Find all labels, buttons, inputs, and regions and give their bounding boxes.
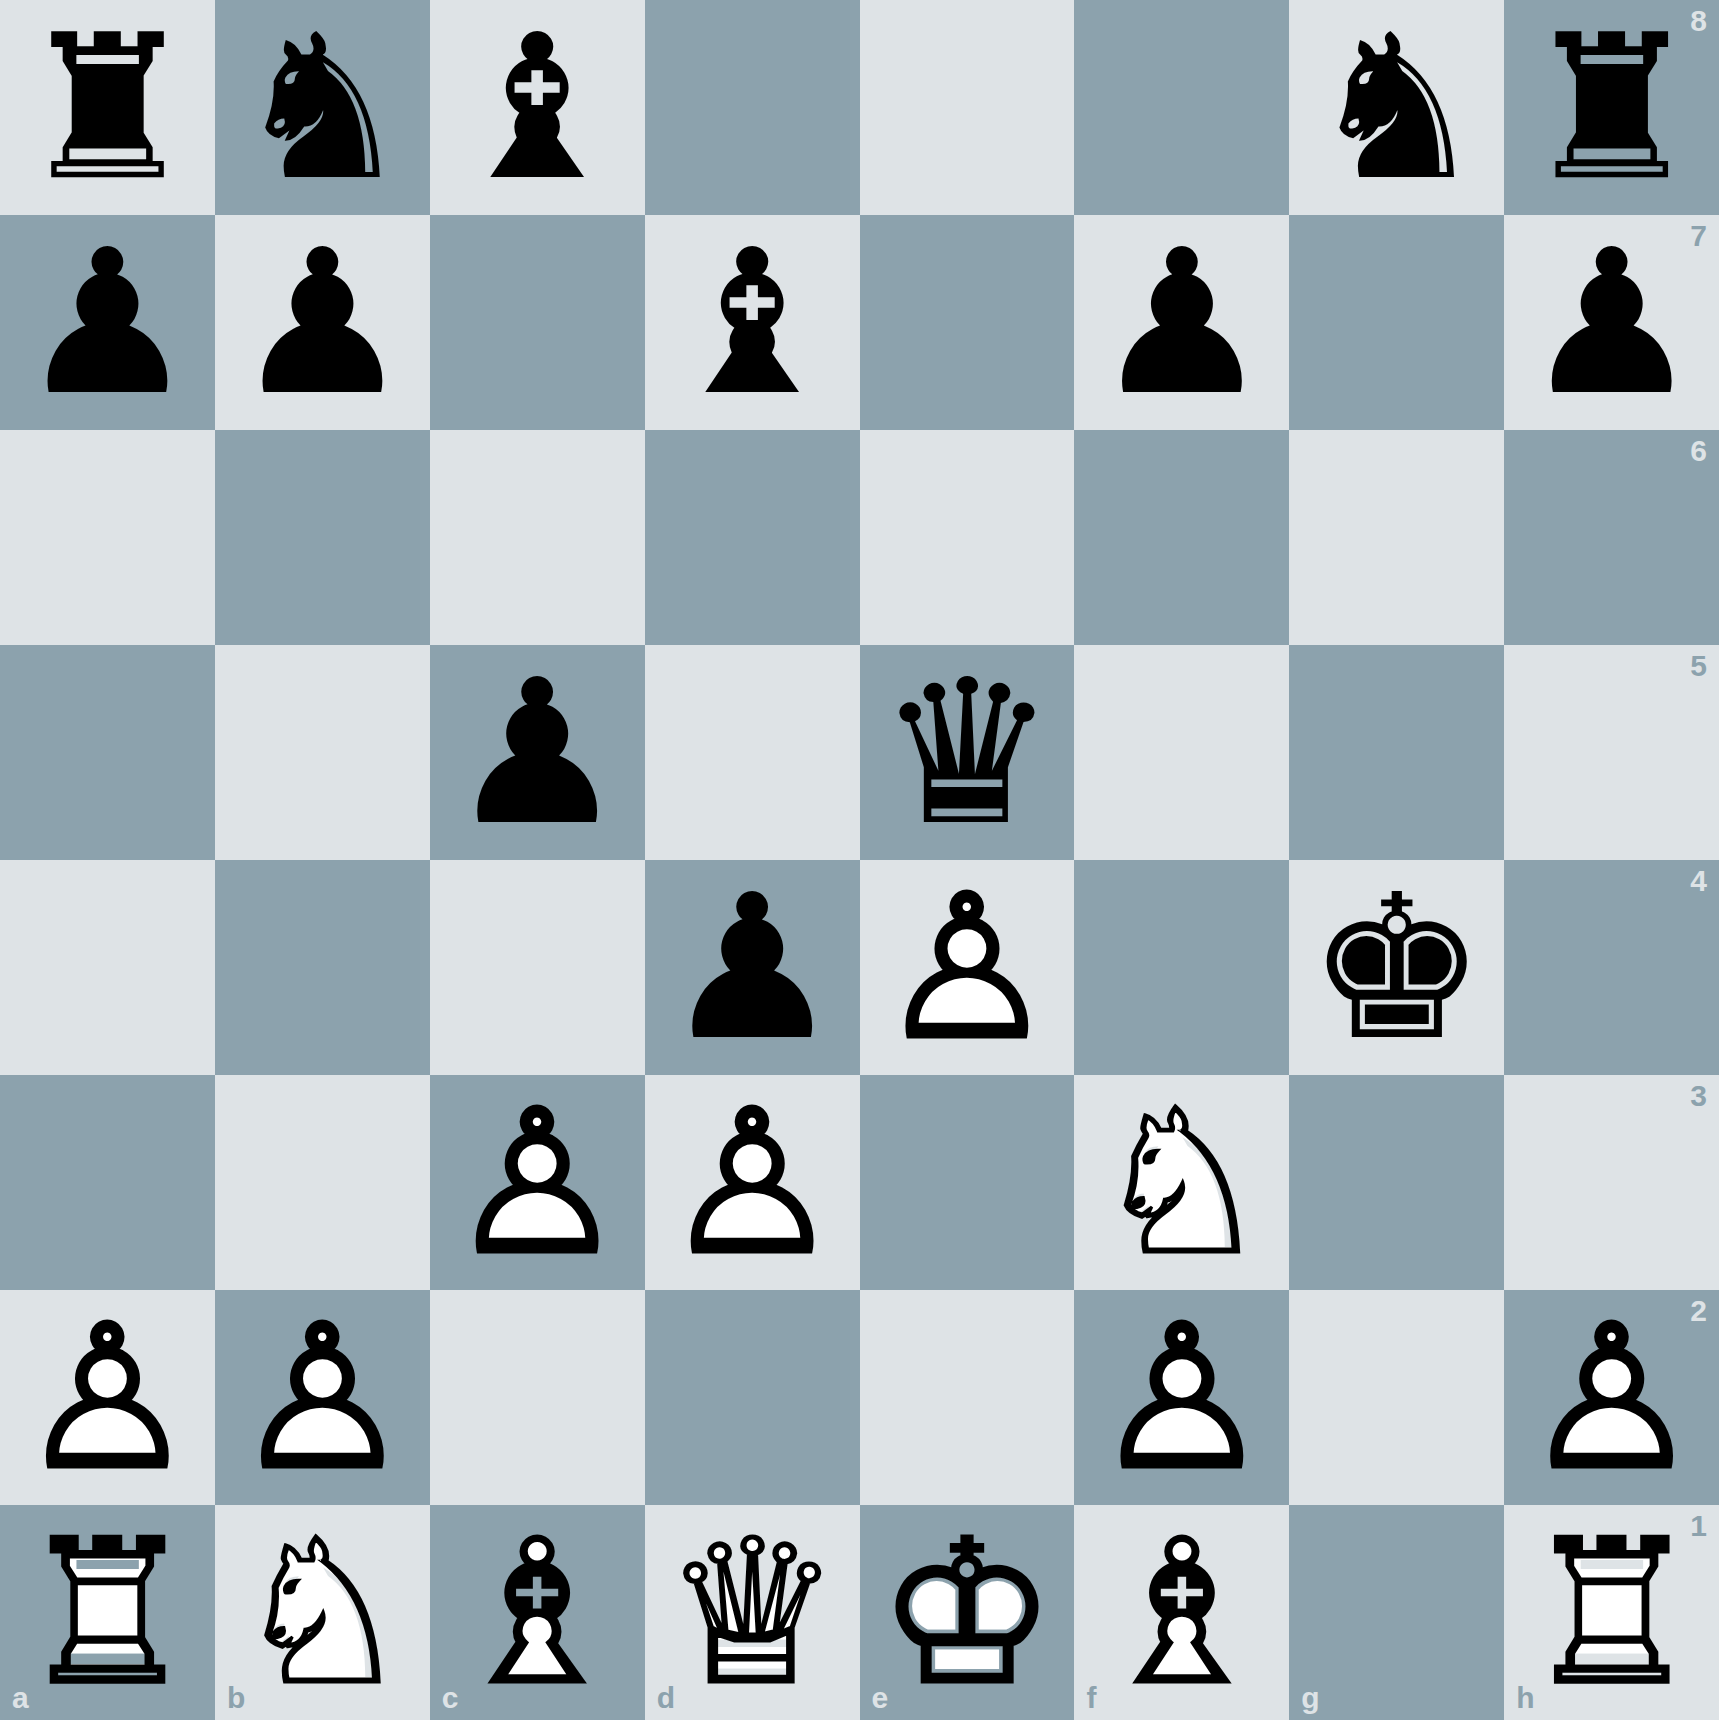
square-g7[interactable]	[1289, 215, 1504, 430]
square-h2[interactable]: ♟♙	[1504, 1290, 1719, 1505]
piece-white-bishop: ♗	[430, 1505, 645, 1720]
square-e7[interactable]	[860, 215, 1075, 430]
piece-black-rook: ♜	[1504, 0, 1719, 215]
square-c6[interactable]	[430, 430, 645, 645]
piece-black-pawn: ♟	[645, 860, 860, 1075]
square-g2[interactable]	[1289, 1290, 1504, 1505]
square-d1[interactable]: ♛♕	[645, 1505, 860, 1720]
square-d6[interactable]	[645, 430, 860, 645]
piece-white-queen: ♕	[645, 1505, 860, 1720]
square-b1[interactable]: ♞♘	[215, 1505, 430, 1720]
piece-fill-white-bishop: ♝	[1074, 1505, 1289, 1720]
piece-black-bishop: ♝	[645, 215, 860, 430]
square-a6[interactable]	[0, 430, 215, 645]
piece-white-pawn: ♙	[860, 860, 1075, 1075]
board-grid: ♜ ♞ ♝ ♞ ♜ ♟ ♟ ♝ ♟ ♟ ♟ ♛ ♟ ♟♙	[0, 0, 1719, 1720]
square-b7[interactable]: ♟	[215, 215, 430, 430]
piece-black-pawn: ♟	[1504, 215, 1719, 430]
square-e6[interactable]	[860, 430, 1075, 645]
square-f5[interactable]	[1074, 645, 1289, 860]
piece-white-pawn: ♙	[645, 1075, 860, 1290]
square-f1[interactable]: ♝♗	[1074, 1505, 1289, 1720]
square-c3[interactable]: ♟♙	[430, 1075, 645, 1290]
square-f6[interactable]	[1074, 430, 1289, 645]
square-a8[interactable]: ♜	[0, 0, 215, 215]
piece-white-pawn: ♙	[1504, 1290, 1719, 1505]
piece-fill-white-king: ♚	[860, 1505, 1075, 1720]
square-g1[interactable]	[1289, 1505, 1504, 1720]
piece-fill-white-knight: ♞	[215, 1505, 430, 1720]
square-g3[interactable]	[1289, 1075, 1504, 1290]
square-c1[interactable]: ♝♗	[430, 1505, 645, 1720]
square-e4[interactable]: ♟♙	[860, 860, 1075, 1075]
piece-fill-white-rook: ♜	[0, 1505, 215, 1720]
square-h7[interactable]: ♟	[1504, 215, 1719, 430]
piece-fill-white-pawn: ♟	[645, 1075, 860, 1290]
square-b5[interactable]	[215, 645, 430, 860]
square-a2[interactable]: ♟♙	[0, 1290, 215, 1505]
square-g8[interactable]: ♞	[1289, 0, 1504, 215]
piece-fill-white-bishop: ♝	[430, 1505, 645, 1720]
piece-black-pawn: ♟	[430, 645, 645, 860]
piece-black-pawn: ♟	[215, 215, 430, 430]
square-d4[interactable]: ♟	[645, 860, 860, 1075]
square-h6[interactable]	[1504, 430, 1719, 645]
square-b4[interactable]	[215, 860, 430, 1075]
square-d8[interactable]	[645, 0, 860, 215]
square-g6[interactable]	[1289, 430, 1504, 645]
piece-white-knight: ♘	[215, 1505, 430, 1720]
piece-black-pawn: ♟	[0, 215, 215, 430]
square-f3[interactable]: ♞♘	[1074, 1075, 1289, 1290]
piece-white-pawn: ♙	[1074, 1290, 1289, 1505]
square-b8[interactable]: ♞	[215, 0, 430, 215]
piece-fill-white-pawn: ♟	[860, 860, 1075, 1075]
piece-black-knight: ♞	[215, 0, 430, 215]
square-d7[interactable]: ♝	[645, 215, 860, 430]
piece-fill-white-pawn: ♟	[430, 1075, 645, 1290]
square-e8[interactable]	[860, 0, 1075, 215]
piece-fill-white-pawn: ♟	[215, 1290, 430, 1505]
piece-fill-white-queen: ♛	[645, 1505, 860, 1720]
chess-board: ♜ ♞ ♝ ♞ ♜ ♟ ♟ ♝ ♟ ♟ ♟ ♛ ♟ ♟♙	[0, 0, 1719, 1720]
square-e1[interactable]: ♚♔	[860, 1505, 1075, 1720]
piece-black-rook: ♜	[0, 0, 215, 215]
piece-white-pawn: ♙	[430, 1075, 645, 1290]
square-a3[interactable]	[0, 1075, 215, 1290]
square-f2[interactable]: ♟♙	[1074, 1290, 1289, 1505]
piece-black-queen: ♛	[860, 645, 1075, 860]
square-b3[interactable]	[215, 1075, 430, 1290]
piece-black-king: ♚	[1289, 860, 1504, 1075]
piece-black-pawn: ♟	[1074, 215, 1289, 430]
square-c4[interactable]	[430, 860, 645, 1075]
square-e3[interactable]	[860, 1075, 1075, 1290]
square-b2[interactable]: ♟♙	[215, 1290, 430, 1505]
square-a4[interactable]	[0, 860, 215, 1075]
square-e2[interactable]	[860, 1290, 1075, 1505]
square-a1[interactable]: ♜♖	[0, 1505, 215, 1720]
square-d5[interactable]	[645, 645, 860, 860]
piece-black-bishop: ♝	[430, 0, 645, 215]
piece-black-knight: ♞	[1289, 0, 1504, 215]
piece-fill-white-rook: ♜	[1504, 1505, 1719, 1720]
piece-white-rook: ♖	[0, 1505, 215, 1720]
square-c8[interactable]: ♝	[430, 0, 645, 215]
square-f8[interactable]	[1074, 0, 1289, 215]
piece-fill-white-pawn: ♟	[0, 1290, 215, 1505]
piece-white-bishop: ♗	[1074, 1505, 1289, 1720]
piece-white-king: ♔	[860, 1505, 1075, 1720]
square-c5[interactable]: ♟	[430, 645, 645, 860]
square-h3[interactable]	[1504, 1075, 1719, 1290]
square-d3[interactable]: ♟♙	[645, 1075, 860, 1290]
piece-white-pawn: ♙	[0, 1290, 215, 1505]
square-e5[interactable]: ♛	[860, 645, 1075, 860]
piece-fill-white-knight: ♞	[1074, 1075, 1289, 1290]
square-f4[interactable]	[1074, 860, 1289, 1075]
square-h1[interactable]: ♜♖	[1504, 1505, 1719, 1720]
square-h8[interactable]: ♜	[1504, 0, 1719, 215]
piece-fill-white-pawn: ♟	[1074, 1290, 1289, 1505]
piece-white-rook: ♖	[1504, 1505, 1719, 1720]
square-a5[interactable]	[0, 645, 215, 860]
square-c2[interactable]	[430, 1290, 645, 1505]
square-h5[interactable]	[1504, 645, 1719, 860]
square-b6[interactable]	[215, 430, 430, 645]
piece-white-pawn: ♙	[215, 1290, 430, 1505]
square-g5[interactable]	[1289, 645, 1504, 860]
square-c7[interactable]	[430, 215, 645, 430]
square-d2[interactable]	[645, 1290, 860, 1505]
square-g4[interactable]: ♚	[1289, 860, 1504, 1075]
square-a7[interactable]: ♟	[0, 215, 215, 430]
square-f7[interactable]: ♟	[1074, 215, 1289, 430]
piece-white-knight: ♘	[1074, 1075, 1289, 1290]
piece-fill-white-pawn: ♟	[1504, 1290, 1719, 1505]
square-h4[interactable]	[1504, 860, 1719, 1075]
